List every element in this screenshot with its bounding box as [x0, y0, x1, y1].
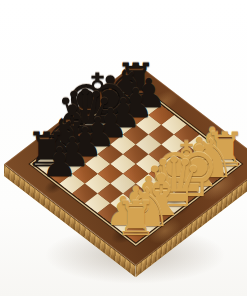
white-rook-glyph: ♜	[115, 195, 157, 242]
chess-set-photo: ♜♞♟♝♟♚♟♛♟♝♟♞♟♟♜♟♟♜♟♟♞♟♝♟♚♟♛♟♝♟♞♜	[0, 0, 247, 296]
pieces-layer: ♜♞♟♝♟♚♟♛♟♝♟♞♟♟♜♟♟♜♟♟♞♟♝♟♚♟♛♟♝♟♞♜	[0, 0, 247, 296]
black-pawn-glyph: ♟	[42, 142, 78, 182]
